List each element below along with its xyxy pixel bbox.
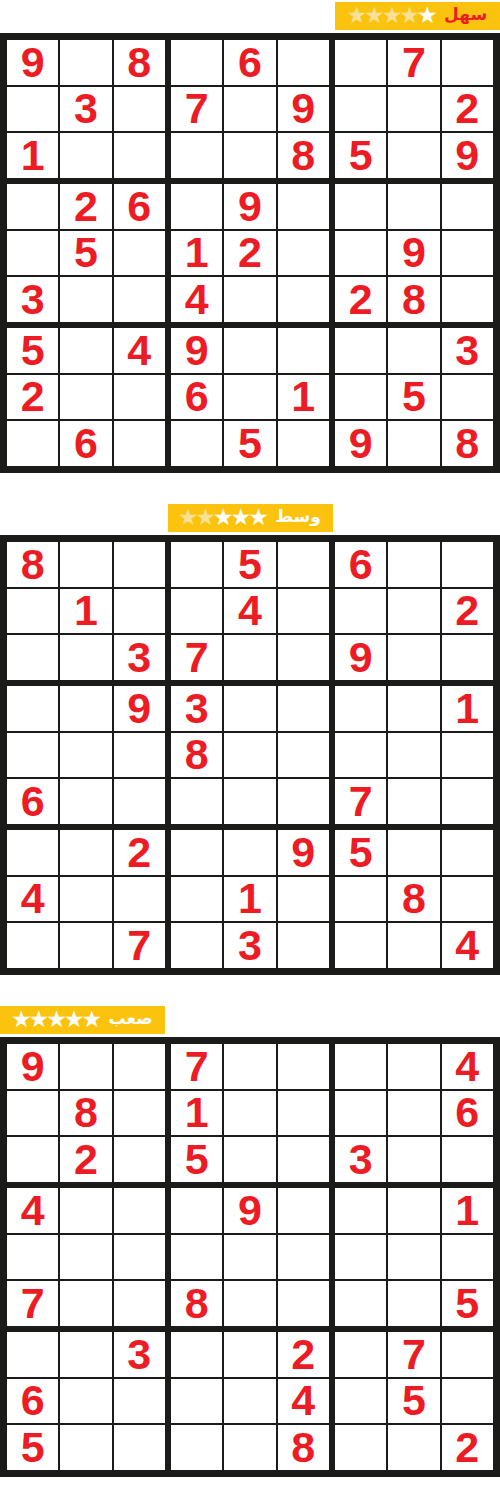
- sudoku-cell-r2c3[interactable]: [113, 86, 166, 133]
- sudoku-cell-r7c9: 3: [441, 327, 494, 374]
- star-filled-icon: ★: [417, 4, 438, 29]
- sudoku-cell-r7c9[interactable]: [441, 829, 494, 876]
- sudoku-cell-r1c1: 9: [6, 1043, 59, 1090]
- sudoku-cell-r9c2: 6: [59, 420, 112, 467]
- sudoku-cell-r5c5[interactable]: [223, 1234, 276, 1281]
- sudoku-cell-r5c1[interactable]: [6, 230, 59, 277]
- sudoku-cell-r1c2[interactable]: [59, 39, 112, 86]
- sudoku-cell-r1c4[interactable]: [170, 39, 223, 86]
- sudoku-cell-r6c4: 4: [170, 276, 223, 323]
- sudoku-cell-r7c2[interactable]: [59, 829, 112, 876]
- sudoku-cell-r3c7: 3: [334, 1136, 387, 1183]
- sudoku-cell-r8c7[interactable]: [334, 876, 387, 923]
- sudoku-cell-r9c1: 5: [6, 1424, 59, 1471]
- sudoku-cell-r9c8[interactable]: [387, 922, 440, 969]
- sudoku-cell-r6c6[interactable]: [277, 1280, 330, 1327]
- sudoku-cell-r9c3[interactable]: [113, 1424, 166, 1471]
- sudoku-cell-r9c3: 7: [113, 922, 166, 969]
- sudoku-cell-r1c6[interactable]: [277, 39, 330, 86]
- badge-row-medium: ★★★★★ وسط: [0, 504, 500, 532]
- sudoku-cell-r3c5[interactable]: [223, 634, 276, 681]
- sudoku-cell-r7c3: 4: [113, 327, 166, 374]
- sudoku-cell-r1c8[interactable]: [387, 541, 440, 588]
- sudoku-cell-r2c9: 2: [441, 588, 494, 635]
- sudoku-cell-r5c9[interactable]: [441, 732, 494, 779]
- sudoku-cell-r7c4[interactable]: [170, 829, 223, 876]
- sudoku-cell-r8c3[interactable]: [113, 374, 166, 421]
- sudoku-cell-r2c9: 6: [441, 1090, 494, 1137]
- sudoku-cell-r5c7[interactable]: [334, 732, 387, 779]
- sudoku-cell-r6c8[interactable]: [387, 778, 440, 825]
- sudoku-cell-r7c1[interactable]: [6, 829, 59, 876]
- sudoku-cell-r3c4[interactable]: [170, 132, 223, 179]
- sudoku-cell-r7c3: 2: [113, 829, 166, 876]
- sudoku-cell-r2c1[interactable]: [6, 86, 59, 133]
- sudoku-cell-r1c9[interactable]: [441, 541, 494, 588]
- sudoku-cell-r3c8[interactable]: [387, 1136, 440, 1183]
- sudoku-cell-r1c7: 6: [334, 541, 387, 588]
- sudoku-cell-r6c5[interactable]: [223, 276, 276, 323]
- sudoku-cell-r9c3[interactable]: [113, 420, 166, 467]
- sudoku-cell-r1c9: 4: [441, 1043, 494, 1090]
- sudoku-cell-r4c5[interactable]: [223, 685, 276, 732]
- sudoku-cell-r4c1[interactable]: [6, 685, 59, 732]
- sudoku-cell-r8c2[interactable]: [59, 1378, 112, 1425]
- sudoku-cell-r2c7[interactable]: [334, 1090, 387, 1137]
- sudoku-cell-r2c1[interactable]: [6, 588, 59, 635]
- sudoku-cell-r6c1: 3: [6, 276, 59, 323]
- sudoku-cell-r6c4: 8: [170, 1280, 223, 1327]
- sudoku-cell-r3c1[interactable]: [6, 634, 59, 681]
- sudoku-page: ★★★★★ سهل 986737921859269512934285493261…: [0, 2, 500, 1477]
- sudoku-cell-r3c9: 9: [441, 132, 494, 179]
- sudoku-cell-r9c9: 4: [441, 922, 494, 969]
- sudoku-cell-r3c7: 9: [334, 634, 387, 681]
- puzzle-medium: ★★★★★ وسط 856142379931867295418734: [0, 504, 500, 975]
- sudoku-cell-r2c8[interactable]: [387, 86, 440, 133]
- sudoku-cell-r7c2[interactable]: [59, 1331, 112, 1378]
- sudoku-cell-r4c2: 2: [59, 183, 112, 230]
- sudoku-cell-r1c2[interactable]: [59, 541, 112, 588]
- sudoku-cell-r2c8[interactable]: [387, 588, 440, 635]
- sudoku-cell-r8c3[interactable]: [113, 1378, 166, 1425]
- sudoku-cell-r7c6[interactable]: [277, 327, 330, 374]
- sudoku-cell-r2c6[interactable]: [277, 588, 330, 635]
- sudoku-board-easy: 98673792185926951293428549326156598: [0, 33, 500, 473]
- sudoku-cell-r7c4: 9: [170, 327, 223, 374]
- sudoku-cell-r4c8[interactable]: [387, 685, 440, 732]
- sudoku-cell-r7c8[interactable]: [387, 327, 440, 374]
- sudoku-cell-r8c9[interactable]: [441, 1378, 494, 1425]
- sudoku-cell-r4c1: 4: [6, 1187, 59, 1234]
- sudoku-cell-r5c7[interactable]: [334, 1234, 387, 1281]
- sudoku-cell-r5c2[interactable]: [59, 1234, 112, 1281]
- sudoku-cell-r1c3: 8: [113, 39, 166, 86]
- sudoku-cell-r3c3[interactable]: [113, 132, 166, 179]
- sudoku-cell-r9c6[interactable]: [277, 420, 330, 467]
- sudoku-cell-r8c4: 6: [170, 374, 223, 421]
- difficulty-label-medium: وسط: [275, 508, 321, 528]
- sudoku-cell-r9c8[interactable]: [387, 420, 440, 467]
- sudoku-cell-r9c7[interactable]: [334, 1424, 387, 1471]
- sudoku-cell-r8c7[interactable]: [334, 374, 387, 421]
- sudoku-cell-r2c1[interactable]: [6, 1090, 59, 1137]
- sudoku-cell-r4c4[interactable]: [170, 1187, 223, 1234]
- sudoku-cell-r8c1: 2: [6, 374, 59, 421]
- sudoku-cell-r5c1[interactable]: [6, 1234, 59, 1281]
- sudoku-cell-r3c4: 5: [170, 1136, 223, 1183]
- sudoku-cell-r3c2[interactable]: [59, 132, 112, 179]
- sudoku-cell-r3c9[interactable]: [441, 634, 494, 681]
- sudoku-cell-r4c7[interactable]: [334, 685, 387, 732]
- sudoku-cell-r7c7: 5: [334, 829, 387, 876]
- sudoku-cell-r5c2[interactable]: [59, 732, 112, 779]
- sudoku-cell-r2c3[interactable]: [113, 588, 166, 635]
- sudoku-cell-r8c8: 5: [387, 1378, 440, 1425]
- sudoku-cell-r3c5[interactable]: [223, 1136, 276, 1183]
- difficulty-badge-medium: ★★★★★ وسط: [168, 504, 333, 532]
- sudoku-cell-r5c9[interactable]: [441, 1234, 494, 1281]
- sudoku-cell-r7c7[interactable]: [334, 1331, 387, 1378]
- sudoku-cell-r9c9: 8: [441, 420, 494, 467]
- sudoku-cell-r2c9: 2: [441, 86, 494, 133]
- sudoku-cell-r8c6[interactable]: [277, 876, 330, 923]
- sudoku-cell-r3c1: 1: [6, 132, 59, 179]
- sudoku-cell-r9c4[interactable]: [170, 1424, 223, 1471]
- sudoku-cell-r2c5[interactable]: [223, 86, 276, 133]
- sudoku-cell-r8c8: 8: [387, 876, 440, 923]
- sudoku-cell-r8c8: 5: [387, 374, 440, 421]
- sudoku-board-medium: 856142379931867295418734: [0, 535, 500, 975]
- sudoku-cell-r1c5[interactable]: [223, 1043, 276, 1090]
- sudoku-cell-r6c7: 7: [334, 778, 387, 825]
- sudoku-cell-r4c8[interactable]: [387, 183, 440, 230]
- sudoku-cell-r4c1[interactable]: [6, 183, 59, 230]
- sudoku-cell-r5c6[interactable]: [277, 732, 330, 779]
- sudoku-cell-r4c9[interactable]: [441, 183, 494, 230]
- sudoku-cell-r7c8[interactable]: [387, 829, 440, 876]
- badge-row-easy: ★★★★★ سهل: [0, 2, 500, 30]
- sudoku-cell-r1c3[interactable]: [113, 1043, 166, 1090]
- sudoku-cell-r2c2: 3: [59, 86, 112, 133]
- sudoku-cell-r7c9[interactable]: [441, 1331, 494, 1378]
- sudoku-cell-r4c9: 1: [441, 1187, 494, 1234]
- sudoku-cell-r8c1: 6: [6, 1378, 59, 1425]
- sudoku-cell-r8c3[interactable]: [113, 876, 166, 923]
- sudoku-cell-r5c1[interactable]: [6, 732, 59, 779]
- sudoku-cell-r9c2[interactable]: [59, 1424, 112, 1471]
- sudoku-cell-r7c2[interactable]: [59, 327, 112, 374]
- sudoku-cell-r6c3[interactable]: [113, 1280, 166, 1327]
- sudoku-cell-r5c7[interactable]: [334, 230, 387, 277]
- sudoku-cell-r6c9[interactable]: [441, 276, 494, 323]
- sudoku-cell-r1c2[interactable]: [59, 1043, 112, 1090]
- sudoku-cell-r5c4[interactable]: [170, 1234, 223, 1281]
- sudoku-cell-r9c5[interactable]: [223, 1424, 276, 1471]
- sudoku-cell-r8c4[interactable]: [170, 1378, 223, 1425]
- sudoku-cell-r5c5[interactable]: [223, 732, 276, 779]
- sudoku-cell-r9c4[interactable]: [170, 420, 223, 467]
- sudoku-cell-r4c5: 9: [223, 1187, 276, 1234]
- sudoku-cell-r1c5: 5: [223, 541, 276, 588]
- star-rating-medium: ★★★★★: [179, 506, 267, 531]
- sudoku-cell-r1c6[interactable]: [277, 1043, 330, 1090]
- sudoku-cell-r5c6[interactable]: [277, 230, 330, 277]
- sudoku-cell-r6c6[interactable]: [277, 778, 330, 825]
- badge-row-hard: ★★★★★ صعب: [0, 1006, 500, 1034]
- sudoku-cell-r3c3[interactable]: [113, 1136, 166, 1183]
- sudoku-cell-r7c5[interactable]: [223, 327, 276, 374]
- sudoku-cell-r4c7[interactable]: [334, 183, 387, 230]
- star-rating-hard: ★★★★★: [12, 1008, 100, 1033]
- sudoku-board-hard: 974816253491785327645582: [0, 1037, 500, 1477]
- sudoku-cell-r8c4[interactable]: [170, 876, 223, 923]
- sudoku-cell-r5c5: 2: [223, 230, 276, 277]
- sudoku-cell-r1c7[interactable]: [334, 39, 387, 86]
- sudoku-cell-r1c6[interactable]: [277, 541, 330, 588]
- sudoku-cell-r6c2[interactable]: [59, 1280, 112, 1327]
- sudoku-cell-r4c2[interactable]: [59, 1187, 112, 1234]
- sudoku-cell-r9c6[interactable]: [277, 922, 330, 969]
- sudoku-cell-r5c8: 9: [387, 230, 440, 277]
- sudoku-cell-r5c3[interactable]: [113, 732, 166, 779]
- sudoku-cell-r7c1[interactable]: [6, 1331, 59, 1378]
- sudoku-cell-r9c9: 2: [441, 1424, 494, 1471]
- sudoku-cell-r6c1: 6: [6, 778, 59, 825]
- sudoku-cell-r8c6: 4: [277, 1378, 330, 1425]
- sudoku-cell-r6c7[interactable]: [334, 1280, 387, 1327]
- sudoku-cell-r8c2[interactable]: [59, 374, 112, 421]
- sudoku-cell-r3c2: 2: [59, 1136, 112, 1183]
- sudoku-cell-r2c4: 7: [170, 86, 223, 133]
- difficulty-label-hard: صعب: [109, 1010, 153, 1030]
- sudoku-cell-r9c1[interactable]: [6, 922, 59, 969]
- sudoku-cell-r5c8[interactable]: [387, 1234, 440, 1281]
- sudoku-cell-r3c1[interactable]: [6, 1136, 59, 1183]
- sudoku-cell-r6c9: 5: [441, 1280, 494, 1327]
- sudoku-cell-r8c5[interactable]: [223, 374, 276, 421]
- sudoku-cell-r7c3: 3: [113, 1331, 166, 1378]
- sudoku-cell-r1c8[interactable]: [387, 1043, 440, 1090]
- sudoku-cell-r2c5: 4: [223, 588, 276, 635]
- sudoku-cell-r1c9[interactable]: [441, 39, 494, 86]
- sudoku-cell-r2c7[interactable]: [334, 86, 387, 133]
- sudoku-cell-r7c1: 5: [6, 327, 59, 374]
- sudoku-cell-r6c8[interactable]: [387, 1280, 440, 1327]
- sudoku-cell-r6c2[interactable]: [59, 778, 112, 825]
- sudoku-cell-r6c4[interactable]: [170, 778, 223, 825]
- sudoku-cell-r6c3[interactable]: [113, 778, 166, 825]
- sudoku-cell-r2c6: 9: [277, 86, 330, 133]
- sudoku-cell-r8c6: 1: [277, 374, 330, 421]
- sudoku-cell-r8c7[interactable]: [334, 1378, 387, 1425]
- sudoku-cell-r3c5[interactable]: [223, 132, 276, 179]
- sudoku-cell-r4c6[interactable]: [277, 685, 330, 732]
- sudoku-cell-r3c6: 8: [277, 132, 330, 179]
- sudoku-cell-r5c3[interactable]: [113, 230, 166, 277]
- sudoku-cell-r7c7[interactable]: [334, 327, 387, 374]
- sudoku-cell-r6c6[interactable]: [277, 276, 330, 323]
- sudoku-cell-r4c4[interactable]: [170, 183, 223, 230]
- sudoku-cell-r2c6[interactable]: [277, 1090, 330, 1137]
- sudoku-cell-r3c6[interactable]: [277, 1136, 330, 1183]
- sudoku-cell-r6c1: 7: [6, 1280, 59, 1327]
- sudoku-cell-r1c5: 6: [223, 39, 276, 86]
- sudoku-cell-r2c4[interactable]: [170, 588, 223, 635]
- sudoku-cell-r9c8[interactable]: [387, 1424, 440, 1471]
- sudoku-cell-r3c4: 7: [170, 634, 223, 681]
- difficulty-badge-hard: ★★★★★ صعب: [0, 1006, 165, 1034]
- sudoku-cell-r3c6[interactable]: [277, 634, 330, 681]
- sudoku-cell-r3c7: 5: [334, 132, 387, 179]
- sudoku-cell-r3c9[interactable]: [441, 1136, 494, 1183]
- sudoku-cell-r8c5[interactable]: [223, 1378, 276, 1425]
- sudoku-cell-r2c4: 1: [170, 1090, 223, 1137]
- sudoku-cell-r7c6: 9: [277, 829, 330, 876]
- sudoku-cell-r1c3[interactable]: [113, 541, 166, 588]
- sudoku-cell-r2c3[interactable]: [113, 1090, 166, 1137]
- sudoku-cell-r3c8[interactable]: [387, 132, 440, 179]
- puzzle-hard: ★★★★★ صعب 974816253491785327645582: [0, 1006, 500, 1477]
- sudoku-cell-r8c9[interactable]: [441, 374, 494, 421]
- sudoku-cell-r4c3: 9: [113, 685, 166, 732]
- sudoku-cell-r2c7[interactable]: [334, 588, 387, 635]
- sudoku-cell-r9c7[interactable]: [334, 922, 387, 969]
- sudoku-cell-r6c2[interactable]: [59, 276, 112, 323]
- sudoku-cell-r4c6[interactable]: [277, 1187, 330, 1234]
- sudoku-cell-r4c4: 3: [170, 685, 223, 732]
- sudoku-cell-r5c4: 8: [170, 732, 223, 779]
- sudoku-cell-r3c8[interactable]: [387, 634, 440, 681]
- sudoku-cell-r5c8[interactable]: [387, 732, 440, 779]
- sudoku-cell-r5c3[interactable]: [113, 1234, 166, 1281]
- sudoku-cell-r1c4[interactable]: [170, 541, 223, 588]
- puzzle-easy: ★★★★★ سهل 986737921859269512934285493261…: [0, 2, 500, 473]
- star-rating-easy: ★★★★★: [348, 4, 436, 29]
- sudoku-cell-r4c8[interactable]: [387, 1187, 440, 1234]
- sudoku-cell-r4c9: 1: [441, 685, 494, 732]
- sudoku-cell-r6c9[interactable]: [441, 778, 494, 825]
- sudoku-cell-r1c4: 7: [170, 1043, 223, 1090]
- sudoku-cell-r7c5[interactable]: [223, 829, 276, 876]
- sudoku-cell-r4c5: 9: [223, 183, 276, 230]
- sudoku-cell-r5c6[interactable]: [277, 1234, 330, 1281]
- sudoku-cell-r5c4: 1: [170, 230, 223, 277]
- sudoku-cell-r9c4[interactable]: [170, 922, 223, 969]
- sudoku-cell-r7c5[interactable]: [223, 1331, 276, 1378]
- sudoku-cell-r6c3[interactable]: [113, 276, 166, 323]
- sudoku-cell-r6c5[interactable]: [223, 778, 276, 825]
- sudoku-cell-r9c2[interactable]: [59, 922, 112, 969]
- sudoku-cell-r1c1: 8: [6, 541, 59, 588]
- sudoku-cell-r7c4[interactable]: [170, 1331, 223, 1378]
- sudoku-cell-r2c5[interactable]: [223, 1090, 276, 1137]
- sudoku-cell-r1c1: 9: [6, 39, 59, 86]
- sudoku-cell-r2c8[interactable]: [387, 1090, 440, 1137]
- sudoku-cell-r9c6: 8: [277, 1424, 330, 1471]
- star-filled-icon: ★: [248, 506, 269, 531]
- sudoku-cell-r2c2: 8: [59, 1090, 112, 1137]
- sudoku-cell-r1c7[interactable]: [334, 1043, 387, 1090]
- sudoku-cell-r4c3[interactable]: [113, 1187, 166, 1234]
- sudoku-cell-r4c7[interactable]: [334, 1187, 387, 1234]
- sudoku-cell-r4c3: 6: [113, 183, 166, 230]
- sudoku-cell-r3c3: 3: [113, 634, 166, 681]
- sudoku-cell-r3c2[interactable]: [59, 634, 112, 681]
- sudoku-cell-r7c8: 7: [387, 1331, 440, 1378]
- sudoku-cell-r5c2: 5: [59, 230, 112, 277]
- sudoku-cell-r4c6[interactable]: [277, 183, 330, 230]
- sudoku-cell-r9c1[interactable]: [6, 420, 59, 467]
- sudoku-cell-r8c2[interactable]: [59, 876, 112, 923]
- sudoku-cell-r7c6: 2: [277, 1331, 330, 1378]
- sudoku-cell-r2c2: 1: [59, 588, 112, 635]
- sudoku-cell-r8c5: 1: [223, 876, 276, 923]
- sudoku-cell-r9c5: 5: [223, 420, 276, 467]
- sudoku-cell-r6c5[interactable]: [223, 1280, 276, 1327]
- sudoku-cell-r9c5: 3: [223, 922, 276, 969]
- sudoku-cell-r6c7: 2: [334, 276, 387, 323]
- sudoku-cell-r6c8: 8: [387, 276, 440, 323]
- sudoku-cell-r9c7: 9: [334, 420, 387, 467]
- sudoku-cell-r5c9[interactable]: [441, 230, 494, 277]
- sudoku-cell-r8c1: 4: [6, 876, 59, 923]
- sudoku-cell-r8c9[interactable]: [441, 876, 494, 923]
- sudoku-cell-r1c8: 7: [387, 39, 440, 86]
- difficulty-badge-easy: ★★★★★ سهل: [335, 2, 500, 30]
- difficulty-label-easy: سهل: [444, 6, 487, 26]
- sudoku-cell-r4c2[interactable]: [59, 685, 112, 732]
- star-filled-icon: ★: [81, 1008, 102, 1033]
